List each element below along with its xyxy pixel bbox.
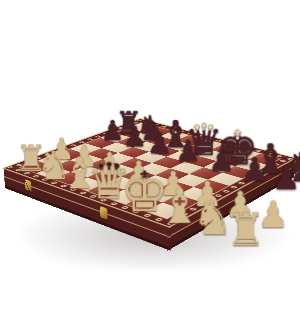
brass-clasp <box>25 179 32 192</box>
brass-clasp <box>100 206 108 220</box>
light-rook: ♜ <box>226 208 265 253</box>
chess-set-photo: ♜♞♝♛♛♚♚♝♞♜♟♟♟♟♟♟♟♟♟♟♟♟♟♟♟♟♜♞♝♛♛♚♚♝♞♜ <box>0 0 300 327</box>
